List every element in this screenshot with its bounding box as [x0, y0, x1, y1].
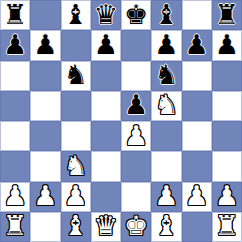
square-b5[interactable] — [30, 91, 60, 121]
white-bishop-piece[interactable]: ♝ — [154, 212, 178, 239]
black-pawn-piece[interactable]: ♟ — [154, 31, 178, 58]
square-h2[interactable]: ♟ — [212, 182, 242, 212]
square-d7[interactable]: ♟ — [91, 30, 121, 60]
black-pawn-piece[interactable]: ♟ — [3, 31, 27, 58]
white-knight-piece[interactable]: ♞ — [64, 152, 88, 179]
square-e2[interactable] — [121, 182, 151, 212]
square-h3[interactable] — [212, 151, 242, 181]
square-d5[interactable] — [91, 91, 121, 121]
square-e3[interactable] — [121, 151, 151, 181]
square-b7[interactable]: ♟ — [30, 30, 60, 60]
black-pawn-piece[interactable]: ♟ — [185, 31, 209, 58]
square-b8[interactable] — [30, 0, 60, 30]
square-g5[interactable] — [182, 91, 212, 121]
white-pawn-piece[interactable]: ♟ — [124, 122, 148, 149]
square-a6[interactable] — [0, 61, 30, 91]
white-pawn-piece[interactable]: ♟ — [3, 182, 27, 209]
square-c4[interactable] — [61, 121, 91, 151]
square-g3[interactable] — [182, 151, 212, 181]
black-rook-piece[interactable]: ♜ — [3, 1, 27, 28]
square-h1[interactable]: ♜ — [212, 212, 242, 242]
square-f6[interactable]: ♞ — [151, 61, 181, 91]
square-a1[interactable]: ♜ — [0, 212, 30, 242]
chess-board: ♜♝♛♚♝♜♟♟♟♟♟♟♞♞♟♞♟♞♟♟♟♟♟♟♜♝♛♚♝♜ — [0, 0, 242, 242]
black-pawn-piece[interactable]: ♟ — [94, 31, 118, 58]
square-h5[interactable] — [212, 91, 242, 121]
square-f3[interactable] — [151, 151, 181, 181]
white-rook-piece[interactable]: ♜ — [3, 212, 27, 239]
white-knight-piece[interactable]: ♞ — [154, 91, 178, 118]
square-f4[interactable] — [151, 121, 181, 151]
black-knight-piece[interactable]: ♞ — [64, 61, 88, 88]
square-c5[interactable] — [61, 91, 91, 121]
square-b1[interactable] — [30, 212, 60, 242]
square-e4[interactable]: ♟ — [121, 121, 151, 151]
square-c6[interactable]: ♞ — [61, 61, 91, 91]
square-e6[interactable] — [121, 61, 151, 91]
square-d6[interactable] — [91, 61, 121, 91]
white-rook-piece[interactable]: ♜ — [215, 212, 239, 239]
square-g4[interactable] — [182, 121, 212, 151]
square-c2[interactable]: ♟ — [61, 182, 91, 212]
black-bishop-piece[interactable]: ♝ — [64, 1, 88, 28]
white-pawn-piece[interactable]: ♟ — [64, 182, 88, 209]
black-queen-piece[interactable]: ♛ — [94, 1, 118, 28]
square-f8[interactable]: ♝ — [151, 0, 181, 30]
square-d2[interactable] — [91, 182, 121, 212]
square-a7[interactable]: ♟ — [0, 30, 30, 60]
black-pawn-piece[interactable]: ♟ — [215, 31, 239, 58]
square-d1[interactable]: ♛ — [91, 212, 121, 242]
square-d8[interactable]: ♛ — [91, 0, 121, 30]
white-pawn-piece[interactable]: ♟ — [154, 182, 178, 209]
square-e1[interactable]: ♚ — [121, 212, 151, 242]
square-g2[interactable]: ♟ — [182, 182, 212, 212]
square-c3[interactable]: ♞ — [61, 151, 91, 181]
square-g8[interactable] — [182, 0, 212, 30]
square-d4[interactable] — [91, 121, 121, 151]
white-pawn-piece[interactable]: ♟ — [185, 182, 209, 209]
square-d3[interactable] — [91, 151, 121, 181]
square-g6[interactable] — [182, 61, 212, 91]
square-g7[interactable]: ♟ — [182, 30, 212, 60]
white-pawn-piece[interactable]: ♟ — [215, 182, 239, 209]
square-b2[interactable]: ♟ — [30, 182, 60, 212]
square-a8[interactable]: ♜ — [0, 0, 30, 30]
square-h8[interactable]: ♜ — [212, 0, 242, 30]
square-e8[interactable]: ♚ — [121, 0, 151, 30]
square-f2[interactable]: ♟ — [151, 182, 181, 212]
square-a5[interactable] — [0, 91, 30, 121]
white-pawn-piece[interactable]: ♟ — [33, 182, 57, 209]
square-e5[interactable]: ♟ — [121, 91, 151, 121]
white-queen-piece[interactable]: ♛ — [94, 212, 118, 239]
square-c1[interactable]: ♝ — [61, 212, 91, 242]
black-bishop-piece[interactable]: ♝ — [154, 1, 178, 28]
square-b6[interactable] — [30, 61, 60, 91]
square-a4[interactable] — [0, 121, 30, 151]
black-pawn-piece[interactable]: ♟ — [33, 31, 57, 58]
square-c7[interactable] — [61, 30, 91, 60]
white-king-piece[interactable]: ♚ — [124, 212, 148, 239]
black-rook-piece[interactable]: ♜ — [215, 1, 239, 28]
square-f5[interactable]: ♞ — [151, 91, 181, 121]
square-c8[interactable]: ♝ — [61, 0, 91, 30]
square-h4[interactable] — [212, 121, 242, 151]
square-h6[interactable] — [212, 61, 242, 91]
black-knight-piece[interactable]: ♞ — [154, 61, 178, 88]
square-h7[interactable]: ♟ — [212, 30, 242, 60]
square-a3[interactable] — [0, 151, 30, 181]
square-f7[interactable]: ♟ — [151, 30, 181, 60]
square-b3[interactable] — [30, 151, 60, 181]
square-b4[interactable] — [30, 121, 60, 151]
square-e7[interactable] — [121, 30, 151, 60]
black-king-piece[interactable]: ♚ — [124, 1, 148, 28]
square-a2[interactable]: ♟ — [0, 182, 30, 212]
black-pawn-piece[interactable]: ♟ — [124, 91, 148, 118]
white-bishop-piece[interactable]: ♝ — [64, 212, 88, 239]
square-g1[interactable] — [182, 212, 212, 242]
square-f1[interactable]: ♝ — [151, 212, 181, 242]
